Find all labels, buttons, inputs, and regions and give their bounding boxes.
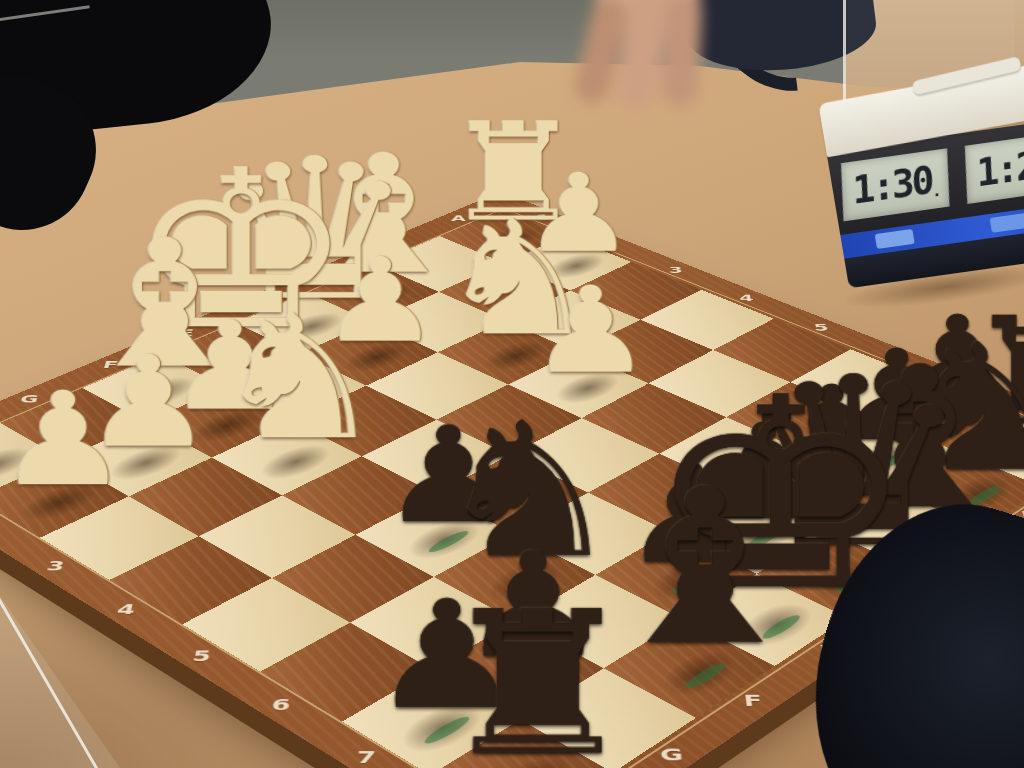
rank-label-left-5: 5 xyxy=(184,647,219,665)
photo-scene: HHGGFFEEDDCCBBAA1122334455667788♜♞♝♛♚♝♜♟… xyxy=(0,0,1024,768)
clock-right-display: 1:29. xyxy=(965,131,1024,204)
rank-label-left-7: 7 xyxy=(348,747,383,767)
clock-left-display: 1:30. xyxy=(841,148,950,221)
clock-button[interactable] xyxy=(875,229,915,249)
rank-label-left-6: 6 xyxy=(264,695,299,714)
rank-label-right-3: 3 xyxy=(663,265,688,275)
rank-label-left-3: 3 xyxy=(38,558,73,574)
chess-clock[interactable]: 1:30. 1:29. xyxy=(818,64,1024,310)
white-knight-f3[interactable]: ♞ xyxy=(210,292,386,463)
piece-cell-h8: ♜ xyxy=(430,720,613,768)
rank-label-right-4: 4 xyxy=(733,292,760,303)
black-rook-h8[interactable]: ♜ xyxy=(435,586,639,768)
rank-label-left-2: 2 xyxy=(0,517,6,532)
white-pawn-h2[interactable]: ♟ xyxy=(0,375,130,504)
clock-button[interactable] xyxy=(990,213,1024,233)
seconds-dot: . xyxy=(931,181,938,201)
white-pawn-c4[interactable]: ♟ xyxy=(529,270,652,389)
file-label-bottom-F: F xyxy=(735,691,770,710)
rank-label-left-4: 4 xyxy=(109,601,144,618)
